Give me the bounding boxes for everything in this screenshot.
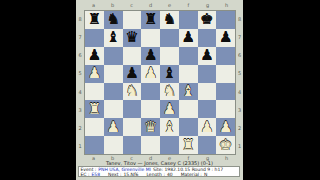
square-f2 [179,118,198,136]
square-e8: ♞ [160,11,179,29]
piece-white-bishop: ♝ [181,83,194,98]
material-label: Material : [181,172,202,177]
rank-label-8: 8 [236,10,243,28]
piece-white-queen: ♛ [144,119,157,134]
eco-label: EC : [81,172,90,177]
square-g6: ♟ [198,47,217,65]
square-f4: ♝ [179,83,198,101]
length-label: Length : [146,172,164,177]
eco-value: E58 [91,172,100,177]
square-c3 [123,100,142,118]
square-c6 [123,47,142,65]
square-c4: ♞ [123,83,142,101]
game-info-box: Event : PNH USA, Greenville MI Site: 198… [78,166,240,177]
video-frame: abcdefgh 87654321 87654321 abcdefgh ♜♞♜♞… [0,0,320,180]
square-d2: ♛ [141,118,160,136]
piece-black-pawn: ♟ [144,48,157,63]
square-b7: ♝ [104,29,123,47]
file-label-h: h [217,2,236,9]
piece-white-bishop: ♝ [163,119,176,134]
square-h5 [216,65,235,83]
rank-label-2: 2 [236,119,243,137]
square-g8: ♚ [198,11,217,29]
square-b3 [104,100,123,118]
rank-label-5: 5 [76,64,84,82]
square-e1 [160,136,179,154]
square-a1 [85,136,104,154]
length-value: 40 [167,172,173,177]
piece-white-rook: ♜ [88,101,101,116]
rank-labels-right: 87654321 [236,10,243,155]
piece-black-knight: ♞ [106,12,119,27]
rank-labels-left: 87654321 [76,10,84,155]
material-value: N [204,172,207,177]
square-h3 [216,100,235,118]
rank-label-3: 3 [236,101,243,119]
piece-black-rook: ♜ [144,12,157,27]
piece-black-queen: ♛ [125,30,138,45]
piece-white-pawn: ♟ [88,66,101,81]
square-g1 [198,136,217,154]
square-a5: ♟ [85,65,104,83]
square-f6 [179,47,198,65]
piece-white-pawn: ♟ [144,66,157,81]
rank-label-1: 1 [76,137,84,155]
piece-black-bishop: ♝ [106,30,119,45]
rank-label-1: 1 [236,137,243,155]
square-d4 [141,83,160,101]
piece-black-pawn: ♟ [200,48,213,63]
square-d1 [141,136,160,154]
rank-label-7: 7 [236,28,243,46]
square-d8: ♜ [141,11,160,29]
square-b8: ♞ [104,11,123,29]
players-result-line: Tanev, Titov — Jones, Casey C (2335) (0-… [76,160,243,166]
piece-black-bishop: ♝ [163,66,176,81]
rank-label-2: 2 [76,119,84,137]
square-a4 [85,83,104,101]
square-c7: ♛ [123,29,142,47]
file-label-f: f [179,2,198,9]
piece-white-rook: ♜ [181,137,194,152]
square-e7 [160,29,179,47]
square-h4 [216,83,235,101]
square-c1 [123,136,142,154]
piece-white-pawn: ♟ [163,101,176,116]
square-c5: ♟ [123,65,142,83]
file-label-d: d [141,2,160,9]
square-a7 [85,29,104,47]
rank-label-4: 4 [76,83,84,101]
square-h1: ♚ [216,136,235,154]
square-f3 [179,100,198,118]
square-a8: ♜ [85,11,104,29]
square-b5 [104,65,123,83]
piece-white-knight: ♞ [125,83,138,98]
square-g3 [198,100,217,118]
square-e2: ♝ [160,118,179,136]
file-label-a: a [84,2,103,9]
file-label-b: b [103,2,122,9]
piece-black-pawn: ♟ [88,48,101,63]
square-b6 [104,47,123,65]
rank-label-3: 3 [76,101,84,119]
chess-board: ♜♞♜♞♚♝♛♟♟♟♟♟♟♟♟♝♞♞♝♜♟♟♛♝♟♟♜♚ [84,10,236,155]
piece-black-king: ♚ [200,12,213,27]
square-f1: ♜ [179,136,198,154]
piece-black-rook: ♜ [88,12,101,27]
square-c8 [123,11,142,29]
square-h6 [216,47,235,65]
square-b1 [104,136,123,154]
file-labels-top: abcdefgh [84,2,236,9]
piece-black-pawn: ♟ [125,66,138,81]
square-e6 [160,47,179,65]
square-b4 [104,83,123,101]
file-label-g: g [198,2,217,9]
square-h2: ♟ [216,118,235,136]
square-e4: ♞ [160,83,179,101]
square-b2: ♟ [104,118,123,136]
piece-white-pawn: ♟ [219,119,232,134]
piece-black-knight: ♞ [163,12,176,27]
next-value: 15.Nf6 [123,172,138,177]
stats-line: EC : E58 Next : 15.Nf6 Length : 40 Mater… [81,172,238,177]
square-d6: ♟ [141,47,160,65]
square-f8 [179,11,198,29]
square-h8 [216,11,235,29]
square-h7: ♟ [216,29,235,47]
piece-white-knight: ♞ [163,83,176,98]
square-c2 [123,118,142,136]
rank-label-6: 6 [76,46,84,64]
square-g4 [198,83,217,101]
rank-label-4: 4 [236,83,243,101]
square-e3: ♟ [160,100,179,118]
square-f7: ♟ [179,29,198,47]
square-a6: ♟ [85,47,104,65]
square-d7 [141,29,160,47]
piece-black-pawn: ♟ [219,30,232,45]
square-a3: ♜ [85,100,104,118]
square-g2: ♟ [198,118,217,136]
piece-white-pawn: ♟ [106,119,119,134]
piece-black-pawn: ♟ [181,30,194,45]
square-g7 [198,29,217,47]
rank-label-8: 8 [76,10,84,28]
square-g5 [198,65,217,83]
square-f5 [179,65,198,83]
next-label: Next : [108,172,121,177]
square-d5: ♟ [141,65,160,83]
rank-label-5: 5 [236,64,243,82]
file-label-e: e [160,2,179,9]
piece-white-pawn: ♟ [200,119,213,134]
square-a2 [85,118,104,136]
rank-label-7: 7 [76,28,84,46]
rank-label-6: 6 [236,46,243,64]
file-label-c: c [122,2,141,9]
square-e5: ♝ [160,65,179,83]
piece-white-king: ♚ [219,137,232,152]
square-d3 [141,100,160,118]
